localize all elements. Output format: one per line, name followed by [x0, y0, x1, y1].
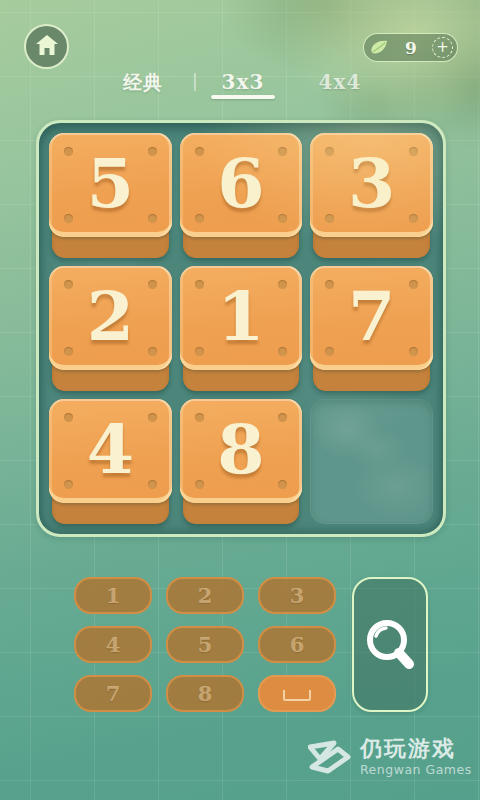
search-button[interactable]: [352, 577, 428, 712]
rivet-icon: [195, 480, 204, 489]
key-blank[interactable]: [258, 675, 336, 712]
tile-4[interactable]: 4: [49, 399, 172, 524]
key-4[interactable]: 4: [74, 626, 152, 663]
rivet-icon: [148, 147, 157, 156]
rivet-icon: [195, 147, 204, 156]
rivet-icon: [64, 147, 73, 156]
rivet-icon: [278, 280, 287, 289]
rivet-icon: [325, 214, 334, 223]
tab-3x3[interactable]: 3x3: [208, 70, 278, 94]
rivet-icon: [409, 347, 418, 356]
rivet-icon: [278, 480, 287, 489]
tile-face: 4: [49, 399, 172, 503]
tab-4x4[interactable]: 4x4: [305, 70, 375, 94]
empty-slot[interactable]: [310, 399, 433, 524]
rivet-icon: [409, 280, 418, 289]
tile-number: 6: [217, 143, 264, 223]
tile-8[interactable]: 8: [180, 399, 303, 524]
rivet-icon: [148, 214, 157, 223]
key-6[interactable]: 6: [258, 626, 336, 663]
tile-6[interactable]: 6: [180, 133, 303, 258]
puzzle-board: 5 6 3 2: [36, 120, 446, 537]
rivet-icon: [64, 214, 73, 223]
tile-1[interactable]: 1: [180, 266, 303, 391]
tile-5[interactable]: 5: [49, 133, 172, 258]
rivet-icon: [64, 347, 73, 356]
rivet-icon: [278, 147, 287, 156]
tile-face: 3: [310, 133, 433, 237]
number-keypad: 1 2 3 4 5 6 7 8: [74, 577, 336, 712]
game-screen: 9 + 经典 | 3x3 4x4 5 6 3: [0, 0, 480, 800]
tile-face: 7: [310, 266, 433, 370]
rivet-icon: [195, 347, 204, 356]
tile-7[interactable]: 7: [310, 266, 433, 391]
tile-number: 2: [87, 276, 134, 356]
rivet-icon: [148, 480, 157, 489]
key-7[interactable]: 7: [74, 675, 152, 712]
mode-tabs: 经典 | 3x3 4x4: [0, 66, 480, 102]
watermark-title-cn: 仍玩游戏: [360, 737, 472, 761]
leaf-icon: [368, 38, 390, 57]
rivet-icon: [195, 413, 204, 422]
rivet-icon: [325, 280, 334, 289]
tile-number: 1: [217, 276, 264, 356]
tile-number: 7: [348, 276, 395, 356]
rivet-icon: [148, 413, 157, 422]
key-5[interactable]: 5: [166, 626, 244, 663]
tile-face: 1: [180, 266, 303, 370]
rivet-icon: [325, 347, 334, 356]
rivet-icon: [409, 147, 418, 156]
rivet-icon: [148, 347, 157, 356]
rivet-icon: [325, 147, 334, 156]
rivet-icon: [64, 413, 73, 422]
rivet-icon: [195, 280, 204, 289]
tile-face: 6: [180, 133, 303, 237]
currency-pill: 9 +: [363, 33, 458, 62]
tab-separator: |: [192, 71, 198, 91]
rengwan-logo: [308, 737, 352, 777]
watermark: 仍玩游戏 Rengwan Games: [308, 737, 472, 777]
blank-tile-icon: [283, 690, 311, 701]
add-currency-button[interactable]: +: [432, 37, 453, 58]
tile-number: 4: [87, 409, 134, 489]
watermark-title-en: Rengwan Games: [360, 763, 472, 777]
tile-number: 8: [217, 409, 264, 489]
key-3[interactable]: 3: [258, 577, 336, 614]
active-tab-underline: [211, 95, 275, 99]
tile-2[interactable]: 2: [49, 266, 172, 391]
tab-classic[interactable]: 经典: [108, 70, 178, 96]
home-icon: [35, 34, 59, 60]
rivet-icon: [195, 214, 204, 223]
tile-face: 8: [180, 399, 303, 503]
rivet-icon: [64, 480, 73, 489]
magnifier-icon: [362, 616, 418, 674]
tile-number: 3: [348, 143, 395, 223]
rivet-icon: [409, 214, 418, 223]
rivet-icon: [64, 280, 73, 289]
tile-face: 2: [49, 266, 172, 370]
rivet-icon: [278, 347, 287, 356]
rivet-icon: [148, 280, 157, 289]
home-button[interactable]: [24, 24, 69, 69]
key-2[interactable]: 2: [166, 577, 244, 614]
currency-count: 9: [390, 38, 432, 58]
tile-number: 5: [87, 143, 134, 223]
key-8[interactable]: 8: [166, 675, 244, 712]
tile-3[interactable]: 3: [310, 133, 433, 258]
rivet-icon: [278, 214, 287, 223]
rivet-icon: [278, 413, 287, 422]
tile-face: 5: [49, 133, 172, 237]
key-1[interactable]: 1: [74, 577, 152, 614]
